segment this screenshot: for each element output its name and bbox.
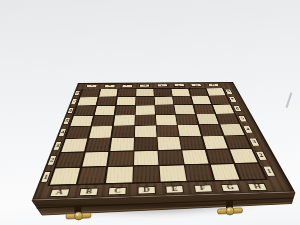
- square-d4[interactable]: [135, 126, 156, 137]
- file-label-top-b: B: [104, 84, 115, 87]
- file-label-top-d: D: [139, 84, 150, 87]
- square-a4[interactable]: [66, 127, 91, 139]
- square-f1[interactable]: [185, 165, 213, 181]
- square-b5[interactable]: [92, 116, 114, 126]
- square-f3[interactable]: [180, 137, 204, 150]
- square-b7[interactable]: [97, 97, 117, 105]
- file-label-bottom-e: E: [165, 185, 184, 193]
- file-label-top-g: G: [191, 84, 202, 87]
- square-d5[interactable]: [135, 115, 155, 125]
- square-a2[interactable]: [56, 152, 84, 167]
- background-mark: [286, 92, 292, 108]
- square-c6[interactable]: [115, 106, 135, 115]
- square-e2[interactable]: [159, 150, 184, 164]
- file-label-top-f: F: [174, 84, 185, 87]
- file-label-top-c: C: [122, 84, 133, 87]
- file-label-bottom-h: H: [247, 183, 268, 191]
- square-g5[interactable]: [196, 114, 218, 124]
- square-d2[interactable]: [134, 151, 158, 166]
- file-label-bottom-d: D: [137, 186, 156, 194]
- square-h5[interactable]: [216, 114, 239, 124]
- square-h4[interactable]: [220, 124, 245, 135]
- square-e1[interactable]: [160, 165, 187, 182]
- square-e8[interactable]: [154, 89, 172, 97]
- square-f4[interactable]: [178, 125, 201, 136]
- square-d8[interactable]: [136, 89, 153, 97]
- scene: ABCDEFGHABCDEFGH8877665544332211: [0, 0, 300, 225]
- square-h1[interactable]: [235, 163, 266, 179]
- square-a5[interactable]: [70, 116, 93, 126]
- square-a6[interactable]: [74, 106, 96, 115]
- file-label-top-h: H: [208, 84, 219, 87]
- square-b8[interactable]: [99, 89, 118, 97]
- square-b3[interactable]: [86, 138, 111, 151]
- square-g2[interactable]: [206, 149, 233, 163]
- square-h3[interactable]: [225, 136, 251, 149]
- square-a7[interactable]: [77, 97, 98, 105]
- square-b6[interactable]: [95, 106, 116, 115]
- square-e3[interactable]: [158, 137, 181, 150]
- square-f5[interactable]: [176, 114, 197, 124]
- file-label-top-a: A: [86, 84, 98, 87]
- file-label-bottom-g: G: [220, 183, 240, 191]
- board-surface: ABCDEFGHABCDEFGH8877665544332211: [32, 82, 295, 200]
- square-f7[interactable]: [173, 96, 192, 104]
- square-e5[interactable]: [156, 115, 177, 125]
- square-c2[interactable]: [108, 151, 133, 166]
- square-h2[interactable]: [230, 149, 258, 163]
- square-h8[interactable]: [206, 88, 226, 95]
- file-label-bottom-b: B: [79, 187, 99, 195]
- file-label-bottom-c: C: [108, 187, 127, 195]
- square-c8[interactable]: [118, 89, 136, 97]
- square-f8[interactable]: [172, 89, 190, 96]
- square-d1[interactable]: [134, 166, 160, 183]
- square-e7[interactable]: [155, 97, 174, 105]
- file-label-bottom-a: A: [49, 188, 70, 196]
- square-d3[interactable]: [135, 137, 158, 150]
- square-d6[interactable]: [136, 105, 155, 114]
- square-f6[interactable]: [175, 105, 195, 114]
- file-label-bottom-f: F: [193, 184, 213, 192]
- square-b4[interactable]: [89, 126, 112, 138]
- square-g3[interactable]: [202, 136, 227, 149]
- square-c7[interactable]: [117, 97, 136, 105]
- square-e4[interactable]: [157, 125, 179, 136]
- square-a3[interactable]: [61, 139, 87, 152]
- square-d7[interactable]: [136, 97, 154, 105]
- square-a8[interactable]: [80, 89, 100, 97]
- square-g4[interactable]: [199, 125, 223, 136]
- square-c4[interactable]: [112, 126, 134, 138]
- square-g7[interactable]: [191, 96, 211, 104]
- square-c1[interactable]: [106, 166, 133, 183]
- square-f2[interactable]: [183, 150, 209, 164]
- square-h7[interactable]: [209, 96, 230, 104]
- square-e6[interactable]: [155, 105, 175, 114]
- square-a1[interactable]: [50, 168, 81, 185]
- square-g8[interactable]: [189, 88, 208, 95]
- square-b1[interactable]: [78, 167, 107, 184]
- file-label-top-e: E: [157, 84, 168, 87]
- square-b2[interactable]: [82, 152, 109, 167]
- board-grid: [47, 88, 268, 186]
- square-c5[interactable]: [114, 115, 135, 125]
- square-g6[interactable]: [194, 105, 215, 114]
- square-h6[interactable]: [212, 105, 234, 114]
- square-c3[interactable]: [110, 138, 133, 151]
